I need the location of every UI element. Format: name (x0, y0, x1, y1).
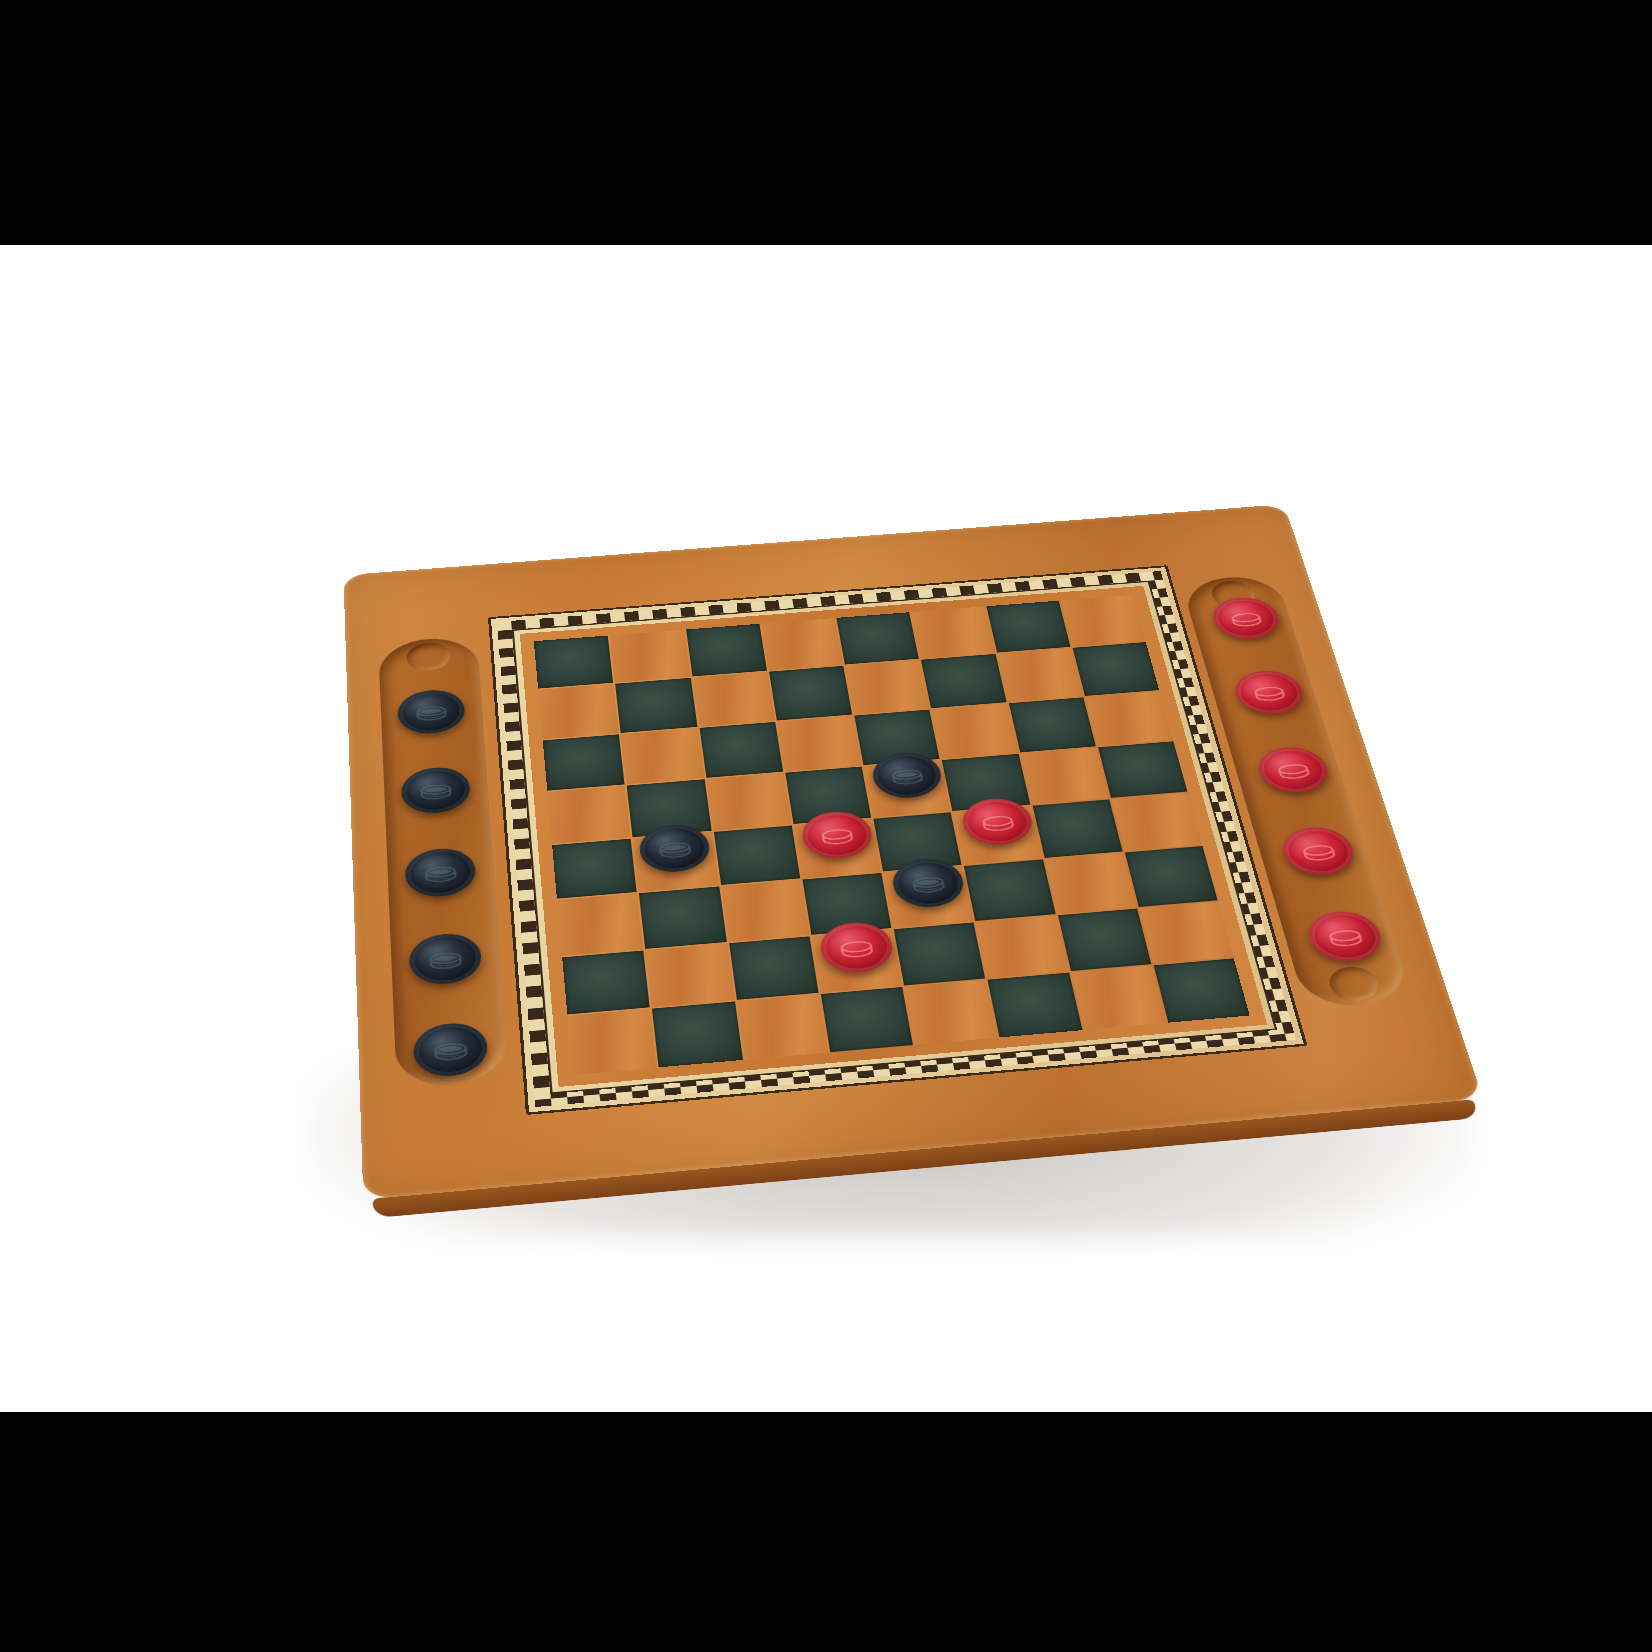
square-r0c5[interactable] (911, 606, 995, 658)
square-r7c4[interactable] (904, 980, 997, 1045)
black-checker-glyph: ⛂ (888, 761, 926, 790)
black-checker-glyph: ⛂ (656, 833, 693, 863)
square-r7c5[interactable] (988, 972, 1082, 1037)
board-grid: ⛂⛂⛀⛀⛂⛀ (534, 595, 1250, 1075)
square-r4c2[interactable] (713, 825, 800, 885)
square-r1c7[interactable] (1072, 642, 1159, 695)
red-checker-glyph: ⛀ (1227, 605, 1266, 631)
square-r4c0[interactable] (552, 839, 637, 899)
square-r3c2[interactable] (706, 773, 791, 831)
red-checker-glyph: ⛀ (836, 931, 876, 963)
square-r1c4[interactable] (845, 660, 929, 714)
square-r6c7[interactable] (1139, 901, 1233, 963)
square-r2c2[interactable] (699, 722, 783, 778)
red-checker-glyph: ⛀ (978, 807, 1017, 837)
square-r4c7[interactable] (1111, 793, 1202, 852)
square-r1c3[interactable] (769, 666, 852, 720)
square-r7c0[interactable] (567, 1009, 656, 1075)
letterbox-top (0, 0, 1652, 245)
square-r2c6[interactable] (1008, 697, 1095, 752)
square-r2c1[interactable] (621, 728, 704, 784)
square-r6c6[interactable] (1057, 908, 1151, 971)
square-r1c0[interactable] (538, 684, 619, 739)
black-checker-glyph: ⛂ (909, 868, 949, 899)
checkers-board: ⛂⛂⛂⛂⛂ ⛂⛂⛀⛀⛂⛀ ⛀⛀⛀⛀⛀ (343, 504, 1483, 1199)
product-photo: ⛂⛂⛂⛂⛂ ⛂⛂⛀⛀⛂⛀ ⛀⛀⛀⛀⛀ (0, 245, 1652, 1412)
square-r4c3[interactable]: ⛀ (794, 819, 882, 878)
grid-wood-margin: ⛂⛂⛀⛀⛂⛀ (520, 586, 1267, 1087)
square-r7c2[interactable] (737, 994, 828, 1060)
square-r4c6[interactable] (1032, 799, 1122, 858)
inlay-pale-line: ⛂⛂⛀⛀⛂⛀ (491, 567, 1304, 1112)
square-r0c0[interactable] (534, 636, 613, 689)
square-r0c3[interactable] (761, 618, 843, 671)
red-checker-glyph: ⛀ (1249, 678, 1289, 705)
black-checker-glyph: ⛂ (418, 776, 453, 805)
square-r3c6[interactable] (1020, 747, 1109, 804)
left-piece-tray: ⛂⛂⛂⛂⛂ (378, 635, 509, 1089)
black-checker-glyph: ⛂ (422, 857, 458, 887)
checker-red[interactable]: ⛀ (817, 920, 896, 975)
black-checker-glyph: ⛂ (414, 698, 448, 726)
square-r0c2[interactable] (686, 624, 767, 677)
square-r1c5[interactable] (921, 654, 1006, 708)
square-r1c6[interactable] (997, 648, 1083, 702)
square-r7c3[interactable] (821, 987, 913, 1052)
inlay-inner-line: ⛂⛂⛀⛀⛂⛀ (512, 581, 1277, 1094)
square-r2c7[interactable] (1085, 691, 1173, 746)
square-r6c0[interactable] (562, 950, 650, 1014)
square-r5c7[interactable] (1125, 846, 1218, 906)
square-r5c2[interactable] (721, 880, 809, 942)
square-r3c7[interactable] (1098, 741, 1188, 798)
square-r0c4[interactable] (836, 612, 919, 664)
square-r0c6[interactable] (986, 601, 1070, 653)
square-r7c7[interactable] (1153, 958, 1249, 1022)
square-r6c5[interactable] (976, 915, 1069, 978)
square-r7c6[interactable] (1071, 965, 1166, 1030)
inlay-checkered-strip: ⛂⛂⛀⛀⛂⛀ (497, 571, 1296, 1107)
square-r2c5[interactable] (931, 703, 1017, 758)
square-r3c4[interactable]: ⛂ (864, 760, 951, 817)
square-r4c1[interactable]: ⛂ (633, 832, 719, 892)
square-r5c5[interactable] (964, 860, 1055, 921)
square-r7c1[interactable] (652, 1001, 742, 1067)
red-checker-glyph: ⛀ (1323, 920, 1366, 952)
black-checker-glyph: ⛂ (432, 1033, 470, 1067)
square-r0c7[interactable] (1060, 595, 1145, 647)
red-checker-glyph: ⛀ (818, 820, 856, 850)
square-r4c5[interactable]: ⛀ (953, 806, 1042, 865)
square-r5c6[interactable] (1045, 853, 1137, 914)
square-r5c0[interactable] (557, 894, 643, 956)
square-r5c1[interactable] (639, 887, 726, 949)
letterbox-bottom (0, 1412, 1652, 1652)
square-r5c4[interactable]: ⛂ (883, 866, 973, 927)
red-checker-glyph: ⛀ (1273, 755, 1314, 784)
square-r0c1[interactable] (610, 630, 690, 683)
square-r2c0[interactable] (543, 734, 625, 790)
square-r1c2[interactable] (692, 672, 774, 726)
square-r3c0[interactable] (547, 786, 630, 844)
screenshot-canvas: ⛂⛂⛂⛂⛂ ⛂⛂⛀⛀⛂⛀ ⛀⛀⛀⛀⛀ (0, 0, 1652, 1652)
square-r6c4[interactable] (894, 922, 986, 985)
black-checker-glyph: ⛂ (427, 943, 464, 975)
decorative-inlay-border: ⛂⛂⛀⛀⛂⛀ (488, 565, 1307, 1115)
square-r1c1[interactable] (615, 678, 697, 733)
square-r2c3[interactable] (777, 715, 862, 771)
square-r6c3[interactable]: ⛀ (811, 929, 902, 992)
square-r6c1[interactable] (646, 943, 735, 1007)
red-checker-glyph: ⛀ (1297, 836, 1339, 866)
square-r6c2[interactable] (729, 936, 819, 1000)
